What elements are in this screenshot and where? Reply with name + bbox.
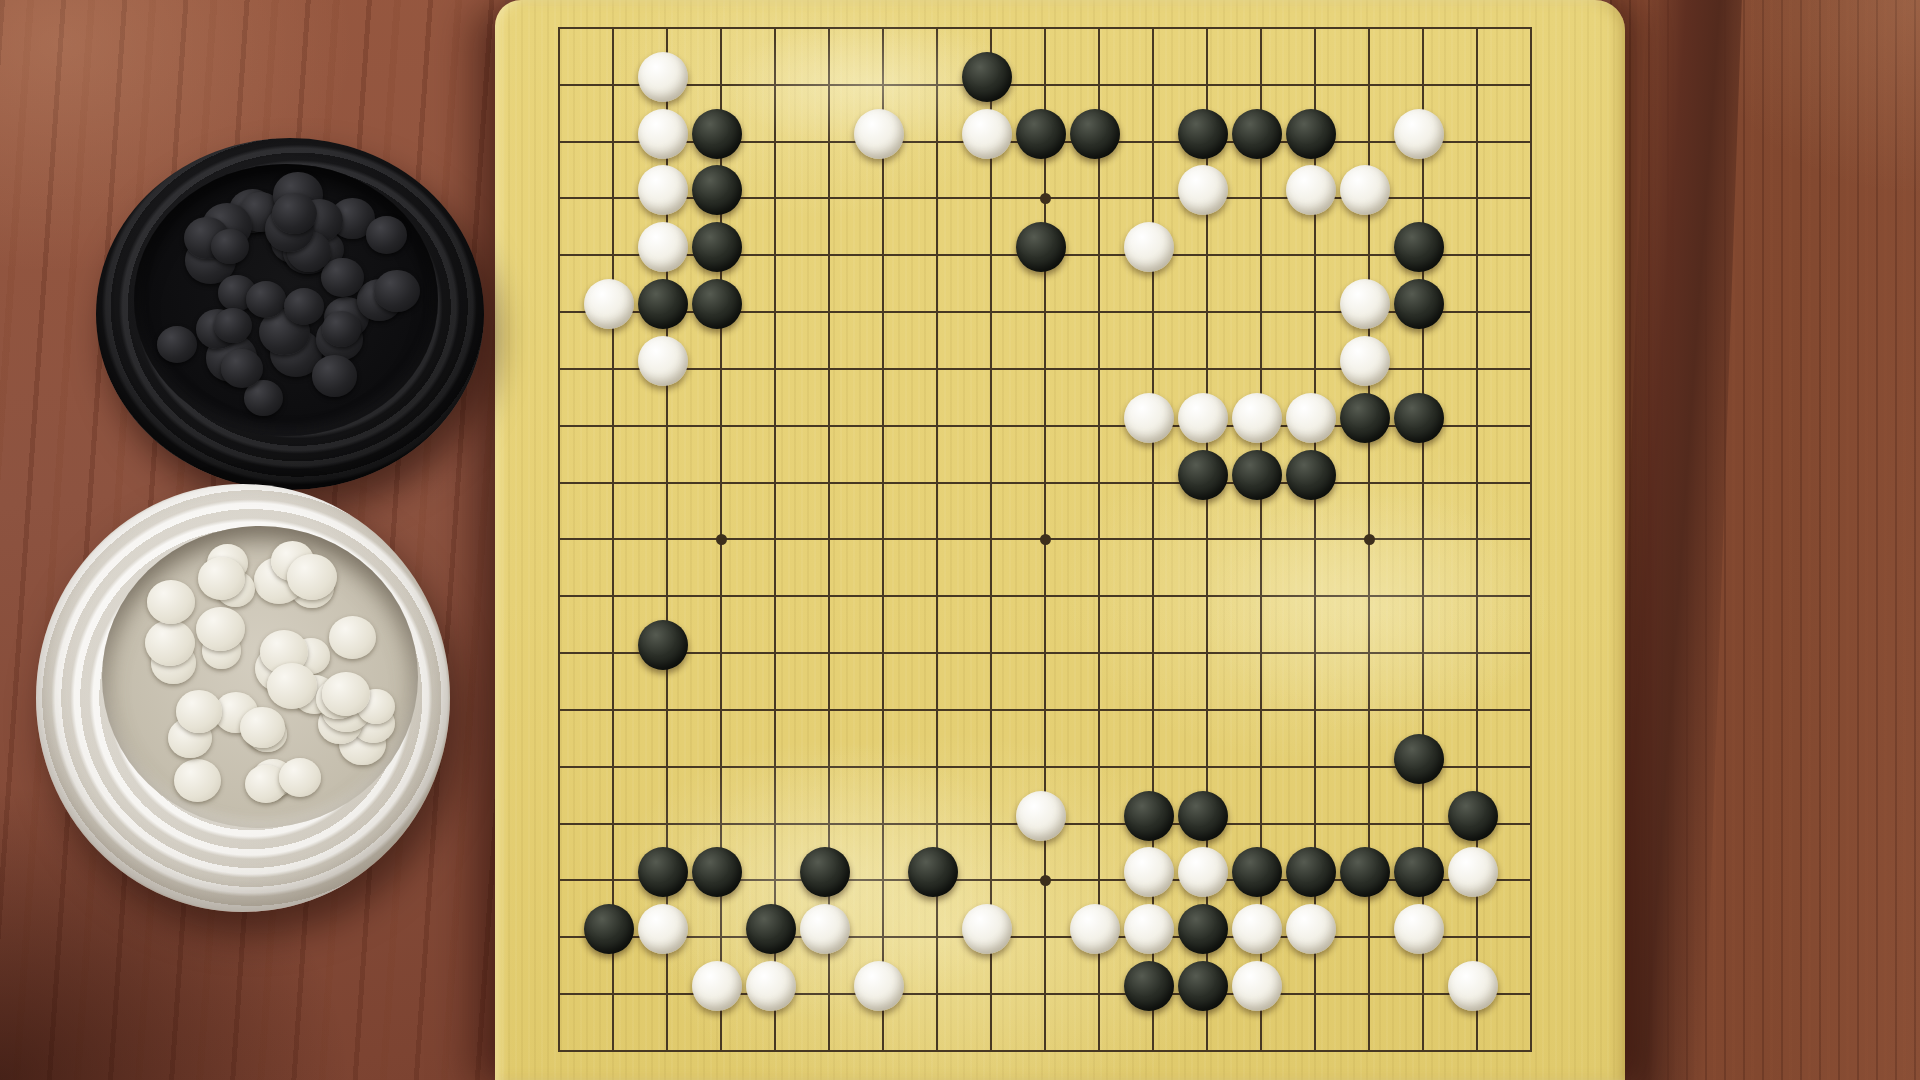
grid-cell [776,654,830,711]
grid-cell [776,711,830,768]
grid-cell [722,484,776,541]
grid-cell [992,370,1046,427]
grid-cell [1208,654,1262,711]
white-bowl-stone [174,759,221,802]
grid-cell [1154,654,1208,711]
grid-cell [1262,256,1316,313]
grid-cell [1046,313,1100,370]
grid-cell [1046,597,1100,654]
grid-cell [938,256,992,313]
grid-cell [614,484,668,541]
star-point [1040,193,1051,204]
grid-cell [776,199,830,256]
grid-cell [1370,29,1424,86]
grid-cell [560,199,614,256]
white-stone [584,279,634,329]
white-bowl-stone [176,690,222,733]
grid-cell [1478,427,1532,484]
grid-cell [1262,711,1316,768]
black-stone [1340,393,1390,443]
black-stone [584,904,634,954]
grid-cell [830,768,884,825]
grid-cell [992,313,1046,370]
grid-cell [1370,540,1424,597]
black-bowl-stone [157,326,197,363]
grid-cell [1208,29,1262,86]
grid-cell [1100,484,1154,541]
grid-cell [1100,540,1154,597]
grid-cell [1046,540,1100,597]
white-stone [1340,336,1390,386]
grid-cell [1478,143,1532,200]
white-stone [962,904,1012,954]
grid-cell [1478,654,1532,711]
grid-cell [884,256,938,313]
black-stone [1178,109,1228,159]
grid-cell [560,995,614,1052]
grid-cell [1208,597,1262,654]
grid-cell [1370,597,1424,654]
grid-cell [1208,711,1262,768]
black-stone [1016,109,1066,159]
black-stone [692,109,742,159]
grid-cell [1154,597,1208,654]
grid-cell [992,654,1046,711]
black-stone [1448,791,1498,841]
grid-cell [722,768,776,825]
grid-cell [1262,654,1316,711]
grid-cell [1316,995,1370,1052]
black-bowl-stone [214,308,252,343]
grid-cell [884,654,938,711]
grid-cell [776,29,830,86]
grid-cell [560,370,614,427]
grid-cell [560,711,614,768]
white-stone [1394,109,1444,159]
grid-cell [560,597,614,654]
grid-cell [992,540,1046,597]
grid-cell [884,427,938,484]
grid-cell [722,654,776,711]
grid-cell [1154,711,1208,768]
white-stone [1124,222,1174,272]
grid-cell [938,484,992,541]
grid-cell [560,427,614,484]
grid-cell [722,370,776,427]
grid-cell [1316,540,1370,597]
black-stone [1124,791,1174,841]
white-bowl-stone [240,707,284,748]
grid-cell [614,540,668,597]
black-bowl-stone [272,193,317,234]
white-stone [1232,904,1282,954]
white-stone [638,52,688,102]
grid-cell [830,199,884,256]
black-stone [638,279,688,329]
grid-cell [1370,995,1424,1052]
grid-cell [776,86,830,143]
grid-cell [560,540,614,597]
black-stone [1394,393,1444,443]
grid-cell [1424,540,1478,597]
star-point [1364,534,1375,545]
grid-cell [614,995,668,1052]
black-stone [1394,734,1444,784]
grid-cell [668,427,722,484]
grid-cell [1424,484,1478,541]
white-bowl-stone [279,758,321,797]
grid-cell [776,370,830,427]
grid-cell [992,597,1046,654]
white-stone [1070,904,1120,954]
grid-cell [560,484,614,541]
grid-cell [1262,768,1316,825]
grid-cell [776,143,830,200]
grid-cell [560,825,614,882]
grid-cell [884,313,938,370]
grid-cell [1046,711,1100,768]
grid-cell [1154,29,1208,86]
grid-cell [1046,427,1100,484]
grid-cell [1478,313,1532,370]
black-bowl-stone [284,288,324,325]
grid-cell [1100,29,1154,86]
grid-cell [1316,597,1370,654]
white-bowl-stone [267,663,317,709]
grid-cell [830,484,884,541]
grid-cell [1370,654,1424,711]
wood-plank-seam [1609,0,1742,1080]
black-stone [1286,109,1336,159]
grid-cell [1316,768,1370,825]
grid-cell [668,711,722,768]
grid-cell [1478,86,1532,143]
grid-cell [830,29,884,86]
grid-cell [560,143,614,200]
white-stone [638,222,688,272]
grid-cell [992,484,1046,541]
black-stone [692,222,742,272]
grid-cell [938,313,992,370]
white-stone [1016,791,1066,841]
black-stone [1178,450,1228,500]
black-stone [1394,279,1444,329]
grid-cell [614,711,668,768]
grid-cell [938,540,992,597]
black-stone [962,52,1012,102]
grid-cell [830,597,884,654]
grid-cell [1478,29,1532,86]
black-bowl-stone [322,311,361,347]
grid-cell [1262,313,1316,370]
white-stone [854,961,904,1011]
black-bowl-stone [246,281,286,318]
grid-cell [1478,199,1532,256]
grid-cell [1100,313,1154,370]
grid-cell [884,768,938,825]
white-stone-bowl [36,484,450,912]
white-stone [638,336,688,386]
white-bowl-stone [329,616,376,659]
white-stone [1286,904,1336,954]
grid-cell [884,597,938,654]
grid-cell [830,711,884,768]
grid-cell [1262,597,1316,654]
black-stone [1232,450,1282,500]
grid-cell [614,768,668,825]
white-stone [1232,961,1282,1011]
black-bowl-stone [221,349,263,388]
grid-cell [1046,29,1100,86]
white-stone [1448,961,1498,1011]
grid-cell [722,711,776,768]
black-stone [638,620,688,670]
white-stone [1394,904,1444,954]
grid-cell [1208,313,1262,370]
grid-cell [1154,313,1208,370]
white-stone [1178,393,1228,443]
grid-cell [992,711,1046,768]
grid-cell [1262,540,1316,597]
white-stone [1232,393,1282,443]
white-stone [1124,904,1174,954]
white-stone [1286,393,1336,443]
grid-cell [992,427,1046,484]
grid-cell [938,654,992,711]
black-stone [1070,109,1120,159]
grid-cell [830,370,884,427]
white-stone [1340,279,1390,329]
grid-cell [1154,540,1208,597]
star-point [1040,534,1051,545]
grid-cell [1208,256,1262,313]
grid-cell [668,540,722,597]
black-bowl-stone [321,258,364,297]
wood-table-right [1610,0,1920,1080]
grid-cell [1478,540,1532,597]
white-stone [692,961,742,1011]
grid-cell [830,540,884,597]
grid-cell [1046,484,1100,541]
grid-cell [1100,654,1154,711]
grid-cell [938,427,992,484]
grid-cell [830,256,884,313]
black-bowl-stone [374,270,420,313]
grid-cell [1100,597,1154,654]
grid-cell [830,313,884,370]
grid-cell [884,711,938,768]
black-stone [1178,904,1228,954]
black-bowl-stone [312,355,357,397]
grid-cell [776,768,830,825]
grid-cell [830,654,884,711]
grid-cell [614,427,668,484]
grid-cell [1478,256,1532,313]
grid-cell [1262,29,1316,86]
black-bowl-stone [366,216,407,254]
grid-cell [1370,484,1424,541]
star-point [716,534,727,545]
photo-scene [0,0,1920,1080]
white-bowl-stone [196,607,245,652]
grid-cell [1424,654,1478,711]
black-stone [1394,222,1444,272]
white-bowl-opening [102,526,418,828]
grid-cell [776,540,830,597]
grid-cell [560,654,614,711]
grid-cell [938,370,992,427]
grid-cell [938,995,992,1052]
grid-cell [884,199,938,256]
white-stone [1124,393,1174,443]
black-bowl-stone [211,229,249,264]
grid-cell [1478,484,1532,541]
white-bowl-stone [322,672,369,716]
black-stone [1286,450,1336,500]
black-stone [1178,961,1228,1011]
grid-cell [668,768,722,825]
black-stone [692,279,742,329]
black-stone-bowl [96,138,484,490]
white-bowl-stone [147,580,194,624]
grid-cell [1046,995,1100,1052]
grid-cell [884,540,938,597]
black-stone [1232,109,1282,159]
grid-cell [992,995,1046,1052]
go-board [495,0,1625,1080]
grid-cell [776,427,830,484]
grid-cell [560,29,614,86]
black-stone [1124,961,1174,1011]
white-stone [962,109,1012,159]
white-stone [854,109,904,159]
grid-cell [938,597,992,654]
grid-cell [1208,540,1262,597]
grid-cell [722,597,776,654]
grid-cell [884,484,938,541]
grid-cell [776,597,830,654]
grid-cell [1478,711,1532,768]
grid-cell [938,199,992,256]
grid-cell [1316,711,1370,768]
star-point [1040,875,1051,886]
grid-cell [1046,654,1100,711]
black-stone [746,904,796,954]
grid-cell [1424,29,1478,86]
grid-cell [560,768,614,825]
white-stone [638,904,688,954]
grid-cell [1478,597,1532,654]
grid-cell [1100,711,1154,768]
grid-cell [1316,29,1370,86]
grid-cell [722,29,776,86]
grid-cell [1478,370,1532,427]
grid-cell [776,313,830,370]
grid-cell [1316,654,1370,711]
grid-cell [830,427,884,484]
grid-cell [1424,597,1478,654]
grid-cell [938,711,992,768]
black-bowl-opening [134,164,438,436]
white-stone [800,904,850,954]
grid-cell [722,540,776,597]
grid-cell [722,427,776,484]
grid-cell [1046,370,1100,427]
grid-cell [776,484,830,541]
white-bowl-stone [287,554,337,600]
grid-cell [776,256,830,313]
grid-cell [884,29,938,86]
grid-cell [560,86,614,143]
black-stone [1016,222,1066,272]
grid-cell [668,484,722,541]
grid-cell [938,768,992,825]
grid-cell [884,370,938,427]
white-stone [638,109,688,159]
black-stone [1178,791,1228,841]
white-stone [746,961,796,1011]
